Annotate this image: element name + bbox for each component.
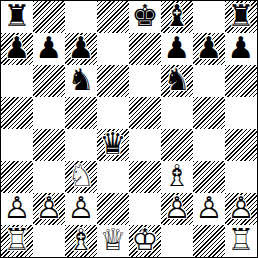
black-knight-c6-piece[interactable]: ♞	[65, 65, 97, 97]
black-pawn-g7-piece[interactable]: ♟	[193, 33, 225, 65]
white-piece-glyph: ♔	[129, 225, 161, 256]
square-e6[interactable]	[129, 65, 161, 97]
square-f2[interactable]: ♟♙	[161, 193, 193, 225]
square-c2[interactable]: ♟♙	[65, 193, 97, 225]
black-piece-glyph: ♟	[65, 33, 97, 64]
square-f5[interactable]	[161, 97, 193, 129]
square-a3[interactable]	[1, 161, 33, 193]
square-b2[interactable]: ♟♙	[33, 193, 65, 225]
white-piece-glyph: ♗	[65, 225, 97, 256]
square-e7[interactable]	[129, 33, 161, 65]
black-piece-glyph: ♞	[65, 65, 97, 96]
white-pawn-f2-piece[interactable]: ♟♙	[161, 193, 193, 225]
black-rook-h8-piece[interactable]: ♜	[225, 1, 257, 33]
square-c7[interactable]: ♟	[65, 33, 97, 65]
square-a5[interactable]	[1, 97, 33, 129]
square-g8[interactable]	[193, 1, 225, 33]
square-g6[interactable]	[193, 65, 225, 97]
black-piece-glyph: ♟	[225, 33, 257, 64]
white-bishop-c1-piece[interactable]: ♝♗	[65, 225, 97, 257]
white-queen-d1-piece[interactable]: ♛♕	[97, 225, 129, 257]
square-a4[interactable]	[1, 129, 33, 161]
square-g1[interactable]	[193, 225, 225, 257]
white-piece-glyph: ♘	[65, 161, 97, 192]
square-e3[interactable]	[129, 161, 161, 193]
black-piece-glyph: ♝	[161, 1, 193, 32]
black-piece-glyph: ♟	[193, 33, 225, 64]
white-piece-glyph: ♙	[33, 193, 65, 224]
white-pawn-a2-piece[interactable]: ♟♙	[1, 193, 33, 225]
square-c6[interactable]: ♞	[65, 65, 97, 97]
square-c4[interactable]	[65, 129, 97, 161]
square-d4[interactable]: ♛	[97, 129, 129, 161]
chess-board: ♜♚♝♜♟♟♟♟♟♟♞♞♛♞♘♝♗♟♙♟♙♟♙♟♙♟♙♟♙♜♖♝♗♛♕♚♔♜♖	[0, 0, 258, 258]
black-pawn-c7-piece[interactable]: ♟	[65, 33, 97, 65]
black-piece-glyph: ♛	[97, 129, 129, 160]
square-a8[interactable]: ♜	[1, 1, 33, 33]
square-g5[interactable]	[193, 97, 225, 129]
square-f8[interactable]: ♝	[161, 1, 193, 33]
square-g7[interactable]: ♟	[193, 33, 225, 65]
black-piece-glyph: ♜	[225, 1, 257, 32]
black-piece-glyph: ♞	[161, 65, 193, 96]
black-piece-glyph: ♟	[1, 33, 33, 64]
square-h3[interactable]	[225, 161, 257, 193]
black-bishop-f8-piece[interactable]: ♝	[161, 1, 193, 33]
white-piece-glyph: ♙	[225, 193, 257, 224]
white-piece-glyph: ♖	[225, 225, 257, 256]
square-b3[interactable]	[33, 161, 65, 193]
black-rook-a8-piece[interactable]: ♜	[1, 1, 33, 33]
square-f4[interactable]	[161, 129, 193, 161]
square-g4[interactable]	[193, 129, 225, 161]
black-piece-glyph: ♚	[129, 1, 161, 32]
black-piece-glyph: ♟	[33, 33, 65, 64]
square-e2[interactable]	[129, 193, 161, 225]
square-d1[interactable]: ♛♕	[97, 225, 129, 257]
white-rook-a1-piece[interactable]: ♜♖	[1, 225, 33, 257]
black-pawn-a7-piece[interactable]: ♟	[1, 33, 33, 65]
white-piece-glyph: ♙	[161, 193, 193, 224]
white-piece-glyph: ♙	[65, 193, 97, 224]
square-d3[interactable]	[97, 161, 129, 193]
white-piece-glyph: ♗	[161, 161, 193, 192]
black-king-e8-piece[interactable]: ♚	[129, 1, 161, 33]
square-a7[interactable]: ♟	[1, 33, 33, 65]
white-pawn-g2-piece[interactable]: ♟♙	[193, 193, 225, 225]
black-knight-f6-piece[interactable]: ♞	[161, 65, 193, 97]
square-b6[interactable]	[33, 65, 65, 97]
square-d7[interactable]	[97, 33, 129, 65]
square-f1[interactable]	[161, 225, 193, 257]
square-d2[interactable]	[97, 193, 129, 225]
square-g3[interactable]	[193, 161, 225, 193]
white-knight-c3-piece[interactable]: ♞♘	[65, 161, 97, 193]
black-queen-d4-piece[interactable]: ♛	[97, 129, 129, 161]
square-h5[interactable]	[225, 97, 257, 129]
white-rook-h1-piece[interactable]: ♜♖	[225, 225, 257, 257]
black-piece-glyph: ♜	[1, 1, 33, 32]
square-f7[interactable]: ♟	[161, 33, 193, 65]
white-bishop-f3-piece[interactable]: ♝♗	[161, 161, 193, 193]
black-pawn-b7-piece[interactable]: ♟	[33, 33, 65, 65]
square-e5[interactable]	[129, 97, 161, 129]
square-e8[interactable]: ♚	[129, 1, 161, 33]
white-piece-glyph: ♙	[1, 193, 33, 224]
square-c5[interactable]	[65, 97, 97, 129]
square-e1[interactable]: ♚♔	[129, 225, 161, 257]
square-b1[interactable]	[33, 225, 65, 257]
black-piece-glyph: ♟	[161, 33, 193, 64]
square-h1[interactable]: ♜♖	[225, 225, 257, 257]
square-h6[interactable]	[225, 65, 257, 97]
square-c8[interactable]	[65, 1, 97, 33]
square-d6[interactable]	[97, 65, 129, 97]
square-h7[interactable]: ♟	[225, 33, 257, 65]
square-b7[interactable]: ♟	[33, 33, 65, 65]
square-f6[interactable]: ♞	[161, 65, 193, 97]
square-h2[interactable]: ♟♙	[225, 193, 257, 225]
square-e4[interactable]	[129, 129, 161, 161]
square-a2[interactable]: ♟♙	[1, 193, 33, 225]
square-d5[interactable]	[97, 97, 129, 129]
black-pawn-h7-piece[interactable]: ♟	[225, 33, 257, 65]
white-king-e1-piece[interactable]: ♚♔	[129, 225, 161, 257]
black-pawn-f7-piece[interactable]: ♟	[161, 33, 193, 65]
square-h4[interactable]	[225, 129, 257, 161]
square-b8[interactable]	[33, 1, 65, 33]
square-b5[interactable]	[33, 97, 65, 129]
square-h8[interactable]: ♜	[225, 1, 257, 33]
white-piece-glyph: ♖	[1, 225, 33, 256]
white-pawn-b2-piece[interactable]: ♟♙	[33, 193, 65, 225]
square-g2[interactable]: ♟♙	[193, 193, 225, 225]
white-piece-glyph: ♕	[97, 225, 129, 256]
square-a6[interactable]	[1, 65, 33, 97]
square-f3[interactable]: ♝♗	[161, 161, 193, 193]
square-a1[interactable]: ♜♖	[1, 225, 33, 257]
white-piece-glyph: ♙	[193, 193, 225, 224]
square-c1[interactable]: ♝♗	[65, 225, 97, 257]
square-d8[interactable]	[97, 1, 129, 33]
square-b4[interactable]	[33, 129, 65, 161]
square-c3[interactable]: ♞♘	[65, 161, 97, 193]
white-pawn-h2-piece[interactable]: ♟♙	[225, 193, 257, 225]
white-pawn-c2-piece[interactable]: ♟♙	[65, 193, 97, 225]
